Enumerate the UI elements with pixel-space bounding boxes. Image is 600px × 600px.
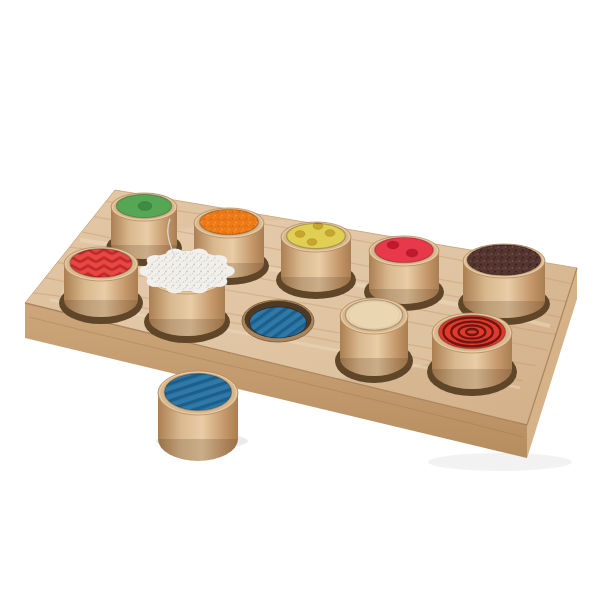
fleece-fluff <box>139 249 235 294</box>
sensory-board-photo <box>0 0 600 600</box>
piece-yellow-4-dots[interactable] <box>276 222 356 299</box>
piece-red-rings[interactable] <box>427 313 517 396</box>
blue-ribbed-liner <box>250 307 307 338</box>
piece-red-chevron[interactable] <box>59 247 143 324</box>
piece-blue-ribbed[interactable] <box>158 371 238 461</box>
piece-plain-wood[interactable] <box>335 298 413 383</box>
empty-slot-hole[interactable] <box>242 300 314 342</box>
board-shadow <box>428 453 572 471</box>
product-photo-stage <box>0 0 600 600</box>
